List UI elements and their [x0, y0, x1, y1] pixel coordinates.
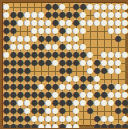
white-stone: ● [94, 19, 101, 27]
white-stone: ● [101, 99, 108, 107]
intersection[interactable]: ● [38, 59, 45, 67]
intersection[interactable]: ● [115, 107, 122, 115]
intersection[interactable]: ● [66, 99, 73, 107]
intersection[interactable]: ● [108, 99, 115, 107]
black-stone: ● [101, 123, 108, 129]
black-stone: ● [10, 123, 17, 129]
black-stone: ● [66, 99, 73, 107]
intersection[interactable]: ● [122, 51, 128, 59]
intersection[interactable]: ● [87, 107, 94, 115]
white-stone: ● [87, 3, 94, 11]
intersection[interactable]: ● [101, 19, 108, 27]
intersection[interactable]: ● [73, 123, 80, 128]
black-stone: ● [101, 67, 108, 75]
white-stone: ● [66, 123, 73, 129]
intersection[interactable] [122, 59, 128, 67]
intersection[interactable] [94, 35, 101, 43]
black-stone: ● [59, 123, 66, 129]
white-stone: ● [73, 123, 80, 129]
intersection[interactable]: ● [115, 123, 122, 128]
intersection[interactable]: ● [122, 123, 128, 128]
black-stone: ● [38, 59, 45, 67]
intersection[interactable] [80, 123, 87, 128]
black-stone: ● [3, 123, 10, 129]
intersection[interactable]: ● [115, 67, 122, 75]
black-stone: ● [108, 123, 115, 129]
intersection[interactable]: ● [94, 99, 101, 107]
white-stone: ● [108, 99, 115, 107]
go-board-frame: ●●●●●●●●●●●●●●●●●●●●●●●●●●●●●●●●●●●●●●●●… [0, 0, 128, 128]
white-stone: ● [52, 59, 59, 67]
intersection[interactable] [80, 115, 87, 123]
white-stone: ● [108, 27, 115, 35]
black-stone: ● [45, 59, 52, 67]
intersection[interactable]: ● [94, 123, 101, 128]
intersection[interactable] [87, 123, 94, 128]
white-stone: ● [108, 67, 115, 75]
intersection[interactable]: ● [101, 67, 108, 75]
intersection[interactable] [122, 67, 128, 75]
intersection[interactable]: ● [80, 27, 87, 35]
intersection[interactable]: ● [66, 123, 73, 128]
intersection[interactable]: ● [80, 99, 87, 107]
black-stone: ● [122, 123, 128, 129]
intersection[interactable] [87, 115, 94, 123]
intersection[interactable]: ● [38, 123, 45, 128]
intersection[interactable] [122, 35, 128, 43]
intersection[interactable]: ● [17, 123, 24, 128]
intersection[interactable]: ● [24, 123, 31, 128]
white-stone: ● [38, 123, 45, 129]
intersection[interactable] [94, 27, 101, 35]
white-stone: ● [122, 27, 128, 35]
intersection[interactable]: ● [45, 59, 52, 67]
black-stone: ● [115, 35, 122, 43]
black-stone: ● [87, 107, 94, 115]
intersection[interactable]: ● [73, 59, 80, 67]
intersection[interactable]: ● [108, 67, 115, 75]
intersection[interactable]: ● [87, 3, 94, 11]
white-stone: ● [101, 19, 108, 27]
intersection[interactable]: ● [94, 19, 101, 27]
black-stone: ● [94, 123, 101, 129]
intersection[interactable]: ● [10, 123, 17, 128]
intersection[interactable] [87, 35, 94, 43]
white-stone: ● [80, 27, 87, 35]
intersection[interactable]: ● [101, 99, 108, 107]
intersection[interactable] [94, 43, 101, 51]
intersection[interactable] [101, 35, 108, 43]
black-stone: ● [17, 123, 24, 129]
intersection[interactable]: ● [108, 27, 115, 35]
intersection[interactable]: ● [122, 27, 128, 35]
intersection[interactable]: ● [31, 59, 38, 67]
intersection[interactable]: ● [52, 123, 59, 128]
black-stone: ● [31, 123, 38, 129]
white-stone: ● [45, 123, 52, 129]
intersection[interactable]: ● [52, 59, 59, 67]
go-board: ●●●●●●●●●●●●●●●●●●●●●●●●●●●●●●●●●●●●●●●●… [2, 2, 126, 126]
intersection[interactable]: ● [59, 123, 66, 128]
white-stone: ● [17, 19, 24, 27]
intersection[interactable] [87, 27, 94, 35]
intersection[interactable]: ● [24, 19, 31, 27]
intersection[interactable]: ● [45, 123, 52, 128]
black-stone: ● [31, 59, 38, 67]
intersection[interactable]: ● [115, 35, 122, 43]
intersection[interactable] [101, 27, 108, 35]
intersection[interactable]: ● [80, 59, 87, 67]
intersection[interactable]: ● [108, 123, 115, 128]
intersection[interactable]: ● [3, 123, 10, 128]
white-stone: ● [87, 19, 94, 27]
white-stone: ● [80, 59, 87, 67]
white-stone: ● [94, 99, 101, 107]
black-stone: ● [73, 59, 80, 67]
white-stone: ● [80, 99, 87, 107]
black-stone: ● [115, 123, 122, 129]
white-stone: ● [115, 67, 122, 75]
black-stone: ● [24, 123, 31, 129]
intersection[interactable] [80, 107, 87, 115]
intersection[interactable]: ● [87, 19, 94, 27]
white-stone: ● [24, 19, 31, 27]
black-stone: ● [115, 107, 122, 115]
intersection[interactable] [108, 35, 115, 43]
white-stone: ● [122, 51, 128, 59]
intersection[interactable]: ● [31, 123, 38, 128]
white-stone: ● [52, 123, 59, 129]
intersection[interactable]: ● [17, 19, 24, 27]
intersection[interactable]: ● [101, 123, 108, 128]
